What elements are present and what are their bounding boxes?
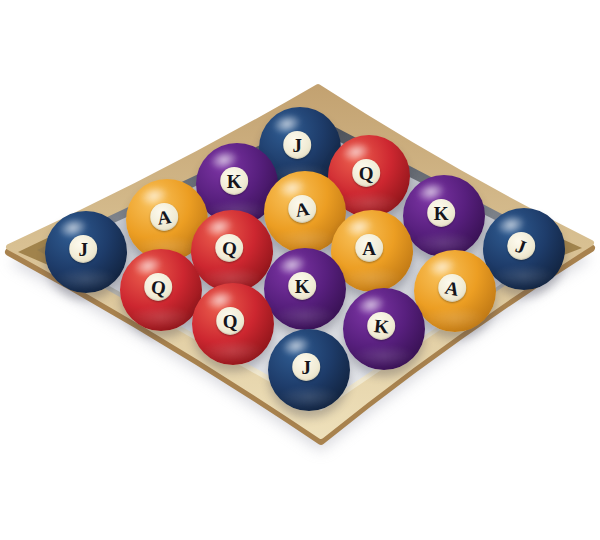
- ball-letter: Q: [359, 163, 374, 182]
- ball-label: A: [288, 195, 316, 223]
- ball-label: A: [150, 203, 178, 231]
- balls-layer: JKQAAKJQAJQKAQKJ: [0, 0, 600, 540]
- ball-Q-red: Q: [192, 283, 274, 365]
- ball-letter: Q: [221, 238, 238, 258]
- ball-label: A: [355, 234, 383, 262]
- ball-label: Q: [216, 307, 244, 335]
- ball-letter: A: [294, 198, 311, 219]
- poker-pool-rack-photo: JKQAAKJQAJQKAQKJ: [0, 0, 600, 540]
- ball-label: K: [220, 167, 248, 195]
- ball-letter: K: [434, 203, 449, 222]
- ball-letter: J: [513, 235, 528, 256]
- ball-letter: K: [373, 316, 390, 336]
- ball-label: J: [292, 353, 320, 381]
- ball-label: A: [438, 274, 466, 302]
- ball-Q-red: Q: [191, 210, 273, 292]
- ball-Q-red: Q: [120, 249, 202, 331]
- ball-letter: K: [227, 171, 242, 190]
- ball-label: Q: [144, 273, 172, 301]
- ball-K-purple: K: [343, 288, 425, 370]
- ball-label: J: [283, 131, 311, 159]
- ball-label: Q: [215, 234, 243, 262]
- ball-label: K: [367, 312, 395, 340]
- ball-letter: A: [362, 238, 376, 257]
- ball-letter: K: [295, 276, 310, 295]
- ball-letter: J: [301, 357, 311, 376]
- ball-J-navy: J: [483, 208, 565, 290]
- ball-K-purple: K: [264, 248, 346, 330]
- ball-A-orange: A: [414, 250, 496, 332]
- ball-letter: Q: [223, 311, 238, 330]
- ball-J-navy: J: [268, 329, 350, 411]
- ball-label: Q: [352, 159, 380, 187]
- ball-letter: A: [443, 277, 460, 298]
- ball-letter: J: [78, 239, 88, 258]
- ball-J-navy: J: [45, 211, 127, 293]
- ball-letter: A: [156, 207, 172, 228]
- ball-label: K: [427, 199, 455, 227]
- ball-letter: Q: [150, 276, 167, 297]
- ball-label: J: [69, 235, 97, 263]
- ball-label: J: [507, 232, 535, 260]
- ball-K-purple: K: [403, 175, 485, 257]
- ball-label: K: [288, 272, 316, 300]
- ball-letter: J: [292, 135, 302, 154]
